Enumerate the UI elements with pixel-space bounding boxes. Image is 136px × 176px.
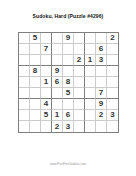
- cell-r2c3: 7: [41, 44, 52, 55]
- cell-r8c3: 5: [41, 110, 52, 121]
- cell-r5c6: [74, 77, 85, 88]
- cell-r7c8: 9: [96, 99, 107, 110]
- cell-r1c7: [85, 33, 96, 44]
- cell-r5c7: [85, 77, 96, 88]
- cell-r1c3: [41, 33, 52, 44]
- cell-r2c7: [85, 44, 96, 55]
- cell-r2c1: [19, 44, 30, 55]
- cell-r2c6: [74, 44, 85, 55]
- cell-r6c8: 7: [96, 88, 107, 99]
- cell-r2c2: [30, 44, 41, 55]
- cell-r8c5: 6: [63, 110, 74, 121]
- cell-r7c6: [74, 99, 85, 110]
- sudoku-board: 592762138916857495162323: [18, 32, 119, 133]
- cell-r3c7: 1: [85, 55, 96, 66]
- cell-r1c2: 5: [30, 33, 41, 44]
- cell-r1c8: [96, 33, 107, 44]
- cell-r5c9: [107, 77, 118, 88]
- cell-r3c2: [30, 55, 41, 66]
- cell-r1c6: [74, 33, 85, 44]
- cell-r3c1: [19, 55, 30, 66]
- cell-r9c8: [96, 121, 107, 132]
- cell-r8c4: 1: [52, 110, 63, 121]
- cell-r6c4: [52, 88, 63, 99]
- cell-r7c7: [85, 99, 96, 110]
- cell-r5c3: 1: [41, 77, 52, 88]
- cell-r3c8: 3: [96, 55, 107, 66]
- footer-url: www.PrintFreeSudoku.com: [0, 162, 136, 166]
- cell-r1c4: [52, 33, 63, 44]
- cell-r2c4: [52, 44, 63, 55]
- cell-r8c7: [85, 110, 96, 121]
- cell-r9c4: 2: [52, 121, 63, 132]
- cell-r3c9: [107, 55, 118, 66]
- cell-r9c1: [19, 121, 30, 132]
- cell-r8c1: [19, 110, 30, 121]
- cell-r7c1: [19, 99, 30, 110]
- cell-r2c5: [63, 44, 74, 55]
- cell-r6c2: [30, 88, 41, 99]
- cell-r6c3: [41, 88, 52, 99]
- cell-r5c8: [96, 77, 107, 88]
- sudoku-page: Sudoku, Hard (Puzzle #4296) 592762138916…: [0, 0, 136, 176]
- cell-r8c9: 3: [107, 110, 118, 121]
- cell-r4c2: 8: [30, 66, 41, 77]
- cell-r2c9: [107, 44, 118, 55]
- cell-r4c4: 9: [52, 66, 63, 77]
- page-title: Sudoku, Hard (Puzzle #4296): [0, 13, 136, 19]
- cell-r9c5: 3: [63, 121, 74, 132]
- cell-r6c6: [74, 88, 85, 99]
- cell-r7c4: [52, 99, 63, 110]
- cell-r7c9: [107, 99, 118, 110]
- cell-r8c8: 2: [96, 110, 107, 121]
- cell-r3c5: [63, 55, 74, 66]
- cell-r5c5: 8: [63, 77, 74, 88]
- cell-r4c3: [41, 66, 52, 77]
- cell-r7c3: 4: [41, 99, 52, 110]
- cell-r9c2: [30, 121, 41, 132]
- cell-r4c8: [96, 66, 107, 77]
- cell-r6c5: 5: [63, 88, 74, 99]
- cell-r4c9: [107, 66, 118, 77]
- cell-r2c8: 6: [96, 44, 107, 55]
- cell-r4c7: [85, 66, 96, 77]
- cell-r1c1: [19, 33, 30, 44]
- cell-r9c6: [74, 121, 85, 132]
- cell-r6c7: [85, 88, 96, 99]
- cell-r3c6: 2: [74, 55, 85, 66]
- cell-r4c1: [19, 66, 30, 77]
- cell-r9c9: [107, 121, 118, 132]
- cell-r1c9: 2: [107, 33, 118, 44]
- cell-r5c2: [30, 77, 41, 88]
- cell-r4c6: [74, 66, 85, 77]
- cell-r7c5: [63, 99, 74, 110]
- cell-r9c7: [85, 121, 96, 132]
- cell-r8c2: [30, 110, 41, 121]
- cell-r7c2: [30, 99, 41, 110]
- cell-r5c1: [19, 77, 30, 88]
- cell-r4c5: [63, 66, 74, 77]
- cell-r9c3: [41, 121, 52, 132]
- cell-r8c6: [74, 110, 85, 121]
- cell-r6c9: [107, 88, 118, 99]
- cell-r3c3: [41, 55, 52, 66]
- cell-r5c4: 6: [52, 77, 63, 88]
- cell-r3c4: [52, 55, 63, 66]
- cell-r1c5: 9: [63, 33, 74, 44]
- cell-r6c1: [19, 88, 30, 99]
